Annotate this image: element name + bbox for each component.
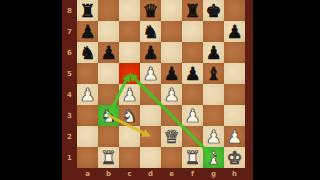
piece-white-knight-c3[interactable]: ♞ bbox=[119, 105, 140, 126]
square-a8[interactable]: ♜ bbox=[77, 0, 98, 21]
square-e3[interactable] bbox=[161, 105, 182, 126]
square-d8[interactable]: ♛ bbox=[140, 0, 161, 21]
square-g4[interactable] bbox=[203, 84, 224, 105]
square-h7[interactable]: ♟ bbox=[224, 21, 245, 42]
square-h8[interactable] bbox=[224, 0, 245, 21]
square-d4[interactable] bbox=[140, 84, 161, 105]
rank-label-7: 7 bbox=[62, 21, 77, 42]
square-d3[interactable] bbox=[140, 105, 161, 126]
rank-label-8: 8 bbox=[62, 0, 77, 21]
square-f4[interactable] bbox=[182, 84, 203, 105]
square-h6[interactable] bbox=[224, 42, 245, 63]
square-h1[interactable]: ♚ bbox=[224, 147, 245, 168]
square-g5[interactable]: ♝ bbox=[203, 63, 224, 84]
file-labels: abcdefgh bbox=[62, 168, 253, 180]
rank-label-3: 3 bbox=[62, 105, 77, 126]
square-e5[interactable]: ♟ bbox=[161, 63, 182, 84]
square-a2[interactable] bbox=[77, 126, 98, 147]
square-b2[interactable] bbox=[98, 126, 119, 147]
piece-black-pawn-h7[interactable]: ♟ bbox=[224, 21, 245, 42]
piece-white-rook-b1[interactable]: ♜ bbox=[98, 147, 119, 168]
piece-black-rook-a8[interactable]: ♜ bbox=[77, 0, 98, 21]
square-f7[interactable] bbox=[182, 21, 203, 42]
square-e2[interactable]: ♛ bbox=[161, 126, 182, 147]
square-c8[interactable] bbox=[119, 0, 140, 21]
chess-board: 87654321 ♜♛♜♚♟♞♟♞♟♟♟♟♟♟♝♟♟♟♞♞♟♛♟♟♜♜♝♚ ab… bbox=[62, 0, 253, 180]
piece-white-pawn-g2[interactable]: ♟ bbox=[203, 126, 224, 147]
piece-black-king-g8[interactable]: ♚ bbox=[203, 0, 224, 21]
rank-label-6: 6 bbox=[62, 42, 77, 63]
square-f6[interactable] bbox=[182, 42, 203, 63]
square-g8[interactable]: ♚ bbox=[203, 0, 224, 21]
square-b6[interactable]: ♟ bbox=[98, 42, 119, 63]
square-b3[interactable]: ♞ bbox=[98, 105, 119, 126]
piece-white-pawn-f3[interactable]: ♟ bbox=[182, 105, 203, 126]
square-g3[interactable] bbox=[203, 105, 224, 126]
file-label-e: e bbox=[161, 168, 182, 180]
file-label-c: c bbox=[119, 168, 140, 180]
square-g7[interactable] bbox=[203, 21, 224, 42]
piece-black-rook-f8[interactable]: ♜ bbox=[182, 0, 203, 21]
square-b4[interactable] bbox=[98, 84, 119, 105]
rank-label-2: 2 bbox=[62, 126, 77, 147]
file-label-d: d bbox=[140, 168, 161, 180]
square-a7[interactable]: ♟ bbox=[77, 21, 98, 42]
piece-black-pawn-e5[interactable]: ♟ bbox=[161, 63, 182, 84]
piece-white-knight-b3[interactable]: ♞ bbox=[98, 105, 119, 126]
file-label-f: f bbox=[182, 168, 203, 180]
file-label-h: h bbox=[224, 168, 245, 180]
piece-white-pawn-e4[interactable]: ♟ bbox=[161, 84, 182, 105]
square-a6[interactable]: ♞ bbox=[77, 42, 98, 63]
square-b1[interactable]: ♜ bbox=[98, 147, 119, 168]
square-b8[interactable] bbox=[98, 0, 119, 21]
square-f8[interactable]: ♜ bbox=[182, 0, 203, 21]
piece-black-pawn-b6[interactable]: ♟ bbox=[98, 42, 119, 63]
square-a3[interactable] bbox=[77, 105, 98, 126]
file-label-g: g bbox=[203, 168, 224, 180]
piece-black-pawn-d6[interactable]: ♟ bbox=[140, 42, 161, 63]
square-c7[interactable] bbox=[119, 21, 140, 42]
square-e8[interactable] bbox=[161, 0, 182, 21]
piece-black-knight-d7[interactable]: ♞ bbox=[140, 21, 161, 42]
square-e7[interactable] bbox=[161, 21, 182, 42]
rank-label-4: 4 bbox=[62, 84, 77, 105]
piece-black-pawn-a7[interactable]: ♟ bbox=[77, 21, 98, 42]
square-a5[interactable] bbox=[77, 63, 98, 84]
piece-white-bishop-g1[interactable]: ♝ bbox=[203, 147, 224, 168]
square-d7[interactable]: ♞ bbox=[140, 21, 161, 42]
square-d5[interactable]: ♟ bbox=[140, 63, 161, 84]
square-c3[interactable]: ♞ bbox=[119, 105, 140, 126]
square-e4[interactable]: ♟ bbox=[161, 84, 182, 105]
square-b5[interactable] bbox=[98, 63, 119, 84]
piece-white-rook-f1[interactable]: ♜ bbox=[182, 147, 203, 168]
piece-black-bishop-g5[interactable]: ♝ bbox=[203, 63, 224, 84]
rank-labels: 87654321 bbox=[62, 0, 77, 168]
square-c1[interactable] bbox=[119, 147, 140, 168]
square-c5[interactable] bbox=[119, 63, 140, 84]
piece-white-pawn-a4[interactable]: ♟ bbox=[77, 84, 98, 105]
rank-label-5: 5 bbox=[62, 63, 77, 84]
square-c4[interactable]: ♟ bbox=[119, 84, 140, 105]
square-f5[interactable]: ♟ bbox=[182, 63, 203, 84]
square-g6[interactable]: ♟ bbox=[203, 42, 224, 63]
piece-black-queen-d8[interactable]: ♛ bbox=[140, 0, 161, 21]
square-e6[interactable] bbox=[161, 42, 182, 63]
file-label-a: a bbox=[77, 168, 98, 180]
square-d2[interactable] bbox=[140, 126, 161, 147]
piece-white-pawn-c4[interactable]: ♟ bbox=[119, 84, 140, 105]
rank-label-1: 1 bbox=[62, 147, 77, 168]
square-d6[interactable]: ♟ bbox=[140, 42, 161, 63]
square-g2[interactable]: ♟ bbox=[203, 126, 224, 147]
board-squares: ♜♛♜♚♟♞♟♞♟♟♟♟♟♟♝♟♟♟♞♞♟♛♟♟♜♜♝♚ bbox=[77, 0, 245, 168]
piece-black-pawn-g6[interactable]: ♟ bbox=[203, 42, 224, 63]
piece-white-king-h1[interactable]: ♚ bbox=[224, 147, 245, 168]
square-f2[interactable] bbox=[182, 126, 203, 147]
square-h5[interactable] bbox=[224, 63, 245, 84]
piece-white-pawn-d5[interactable]: ♟ bbox=[140, 63, 161, 84]
square-a4[interactable]: ♟ bbox=[77, 84, 98, 105]
square-h4[interactable] bbox=[224, 84, 245, 105]
square-c2[interactable] bbox=[119, 126, 140, 147]
square-h2[interactable]: ♟ bbox=[224, 126, 245, 147]
square-a1[interactable] bbox=[77, 147, 98, 168]
square-d1[interactable] bbox=[140, 147, 161, 168]
square-f3[interactable]: ♟ bbox=[182, 105, 203, 126]
piece-black-pawn-f5[interactable]: ♟ bbox=[182, 63, 203, 84]
square-b7[interactable] bbox=[98, 21, 119, 42]
square-f1[interactable]: ♜ bbox=[182, 147, 203, 168]
square-e1[interactable] bbox=[161, 147, 182, 168]
square-c6[interactable] bbox=[119, 42, 140, 63]
piece-white-queen-e2[interactable]: ♛ bbox=[161, 126, 182, 147]
piece-black-knight-a6[interactable]: ♞ bbox=[77, 42, 98, 63]
piece-white-pawn-h2[interactable]: ♟ bbox=[224, 126, 245, 147]
file-label-b: b bbox=[98, 168, 119, 180]
square-h3[interactable] bbox=[224, 105, 245, 126]
square-g1[interactable]: ♝ bbox=[203, 147, 224, 168]
